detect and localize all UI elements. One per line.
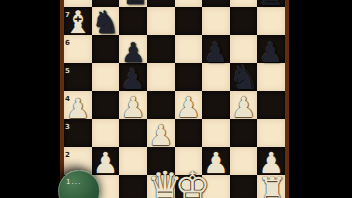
square-f8[interactable] [202,0,230,7]
square-c2[interactable] [119,147,147,175]
square-c1[interactable] [119,175,147,198]
piece-black-pawn-c6[interactable]: ♟ [119,39,147,66]
piece-black-pawn-f6[interactable]: ♟ [202,39,230,66]
square-f3[interactable] [202,119,230,147]
square-h3[interactable] [257,119,285,147]
piece-black-knight-g5[interactable]: ♞ [230,61,258,94]
square-b5[interactable] [92,63,120,91]
piece-white-pawn-g4[interactable]: ♟ [230,94,258,122]
piece-white-pawn-c4[interactable]: ♟ [119,94,147,122]
chess-board-frame: 765432 ♚♜♝♞♟♟♟♟♞♟♟♟♟♟♟♟♟♛♚♜ [60,0,289,198]
piece-white-pawn-b2[interactable]: ♟ [92,149,120,178]
square-e6[interactable] [175,35,203,63]
piece-black-knight-b7[interactable]: ♞ [92,7,120,38]
rank-label-3: 3 [65,124,70,131]
square-g7[interactable] [230,7,258,35]
rank-label-5: 5 [65,68,70,75]
piece-white-pawn-a4[interactable]: ♟ [64,95,92,122]
square-e8[interactable] [175,0,203,7]
piece-black-king-c8[interactable]: ♚ [119,0,147,10]
letterbox-right [289,0,352,198]
piece-white-bishop-a7[interactable]: ♝ [64,7,92,38]
letterbox-left [0,0,60,198]
square-f7[interactable] [202,7,230,35]
square-d5[interactable] [147,63,175,91]
square-g1[interactable] [230,175,258,198]
timer-text: 1... [66,179,81,186]
piece-white-pawn-d3[interactable]: ♟ [147,122,175,150]
square-g2[interactable] [230,147,258,175]
piece-white-queen-d1[interactable]: ♛ [147,166,175,198]
square-d4[interactable] [147,91,175,119]
chess-board[interactable]: 765432 ♚♜♝♞♟♟♟♟♞♟♟♟♟♟♟♟♟♛♚♜ [64,0,285,198]
video-frame: 765432 ♚♜♝♞♟♟♟♟♞♟♟♟♟♟♟♟♟♛♚♜ 1... [0,0,352,198]
rank-label-2: 2 [65,152,70,159]
square-g8[interactable] [230,0,258,7]
square-b3[interactable] [92,119,120,147]
piece-white-rook-h1[interactable]: ♜ [257,173,285,198]
square-f4[interactable] [202,91,230,119]
square-h4[interactable] [257,91,285,119]
piece-black-pawn-h6[interactable]: ♟ [257,39,285,66]
piece-black-pawn-c5[interactable]: ♟ [119,66,147,94]
square-b4[interactable] [92,91,120,119]
piece-white-pawn-e4[interactable]: ♟ [175,94,203,122]
rank-label-6: 6 [65,40,70,47]
square-d6[interactable] [147,35,175,63]
square-e7[interactable] [175,7,203,35]
piece-white-king-e1[interactable]: ♚ [175,166,203,198]
square-e5[interactable] [175,63,203,91]
piece-black-rook-h8[interactable]: ♜ [257,0,285,10]
